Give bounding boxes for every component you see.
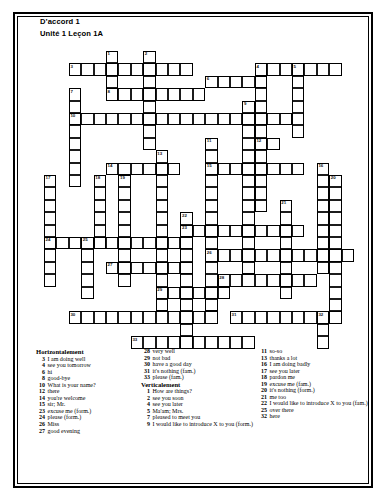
grid-cell-r7-c2[interactable] xyxy=(69,138,81,150)
grid-cell-r15-c11[interactable] xyxy=(180,237,192,249)
grid-cell-r12-c23[interactable] xyxy=(329,200,341,212)
grid-cell-r23-c16[interactable] xyxy=(242,336,254,348)
grid-cell-r20-c23[interactable] xyxy=(329,299,341,311)
grid-cell-r1-c20[interactable] xyxy=(292,63,304,75)
grid-cell-r3-c17[interactable] xyxy=(255,88,267,100)
grid-cell-r21-c21[interactable] xyxy=(304,311,316,323)
grid-cell-r18-c6[interactable] xyxy=(118,274,130,286)
grid-cell-r19-c12[interactable] xyxy=(193,287,205,299)
grid-cell-r11-c9[interactable] xyxy=(156,187,168,199)
grid-cell-r21-c16[interactable] xyxy=(242,311,254,323)
grid-cell-r15-c2[interactable] xyxy=(69,237,81,249)
grid-cell-r13-c13[interactable] xyxy=(205,212,217,224)
grid-cell-r21-c5[interactable] xyxy=(106,311,118,323)
grid-cell-r14-c19[interactable] xyxy=(280,225,292,237)
grid-cell-r5-c7[interactable] xyxy=(131,113,143,125)
grid-cell-r21-c7[interactable] xyxy=(131,311,143,323)
grid-cell-r15-c13[interactable] xyxy=(205,237,217,249)
grid-cell-r20-c13[interactable] xyxy=(205,299,217,311)
grid-cell-r19-c23[interactable] xyxy=(329,287,341,299)
grid-cell-r1-c5[interactable] xyxy=(106,63,118,75)
grid-cell-r5-c20[interactable] xyxy=(292,113,304,125)
grid-cell-r23-c22[interactable] xyxy=(317,336,329,348)
grid-cell-r6-c8[interactable] xyxy=(143,125,155,137)
grid-cell-r18-c11[interactable] xyxy=(180,274,192,286)
grid-cell-r1-c11[interactable] xyxy=(180,63,192,75)
grid-cell-r23-c15[interactable] xyxy=(230,336,242,348)
clue-column-3: 11so-so13thanks a lot16I am doing badly1… xyxy=(258,348,368,420)
grid-cell-r9-c17[interactable] xyxy=(255,163,267,175)
grid-cell-r16-c3[interactable] xyxy=(81,249,93,261)
grid-cell-r6-c17[interactable] xyxy=(255,125,267,137)
grid-cell-r16-c16[interactable] xyxy=(242,249,254,261)
grid-cell-r17-c8[interactable] xyxy=(143,262,155,274)
grid-cell-r18-c23[interactable] xyxy=(329,274,341,286)
grid-cell-r3-c9[interactable] xyxy=(156,88,168,100)
clue-item-text: good evening xyxy=(48,428,139,435)
clue-item-number: 32 xyxy=(258,413,267,420)
grid-cell-r1-c8[interactable] xyxy=(143,63,155,75)
clue-column-2: 28very well29not bad30have a good day31i… xyxy=(141,348,257,428)
grid-cell-r23-c13[interactable] xyxy=(205,336,217,348)
clue-column-1: Horizontalement3I am doing well4see you … xyxy=(36,348,138,434)
grid-cell-r14-c20[interactable] xyxy=(292,225,304,237)
clue-item-32: 32here xyxy=(258,413,368,420)
grid-cell-r23-c9[interactable] xyxy=(156,336,168,348)
grid-cell-r18-c19[interactable] xyxy=(280,274,292,286)
grid-cell-r17-c9[interactable] xyxy=(156,262,168,274)
grid-cell-r15-c3[interactable] xyxy=(81,237,93,249)
grid-cell-r21-c18[interactable] xyxy=(267,311,279,323)
grid-cell-r12-c9[interactable] xyxy=(156,200,168,212)
grid-cell-r1-c7[interactable] xyxy=(131,63,143,75)
grid-cell-r17-c19[interactable] xyxy=(280,262,292,274)
grid-cell-r16-c11[interactable] xyxy=(180,249,192,261)
grid-cell-r10-c2[interactable] xyxy=(69,175,81,187)
grid-cell-r2-c17[interactable] xyxy=(255,76,267,88)
grid-cell-r13-c0[interactable] xyxy=(44,212,56,224)
grid-cell-r5-c3[interactable] xyxy=(81,113,93,125)
grid-cell-r21-c19[interactable] xyxy=(280,311,292,323)
grid-cell-r7-c13[interactable] xyxy=(205,138,217,150)
grid-cell-r8-c17[interactable] xyxy=(255,150,267,162)
grid-cell-r3-c6[interactable] xyxy=(118,88,130,100)
grid-cell-r22-c11[interactable] xyxy=(180,324,192,336)
grid-cell-r5-c5[interactable] xyxy=(106,113,118,125)
grid-cell-r14-c11[interactable] xyxy=(180,225,192,237)
grid-cell-r18-c18[interactable] xyxy=(267,274,279,286)
grid-cell-r21-c15[interactable] xyxy=(230,311,242,323)
grid-cell-r17-c11[interactable] xyxy=(180,262,192,274)
grid-cell-r14-c18[interactable] xyxy=(267,225,279,237)
grid-cell-r20-c9[interactable] xyxy=(156,299,168,311)
grid-cell-r8-c2[interactable] xyxy=(69,150,81,162)
grid-cell-r1-c23[interactable] xyxy=(329,63,341,75)
grid-cell-r21-c12[interactable] xyxy=(193,311,205,323)
grid-cell-r1-c17[interactable] xyxy=(255,63,267,75)
grid-cell-r15-c8[interactable] xyxy=(143,237,155,249)
grid-cell-r5-c15[interactable] xyxy=(230,113,242,125)
clue-item-33: 33please (fam.) xyxy=(141,374,257,381)
grid-cell-r9-c13[interactable] xyxy=(205,163,217,175)
grid-cell-r9-c14[interactable] xyxy=(218,163,230,175)
grid-cell-r19-c3[interactable] xyxy=(81,287,93,299)
grid-cell-r21-c8[interactable] xyxy=(143,311,155,323)
grid-cell-r2-c13[interactable] xyxy=(205,76,217,88)
grid-cell-r6-c2[interactable] xyxy=(69,125,81,137)
grid-cell-r14-c13[interactable] xyxy=(205,225,217,237)
grid-cell-r18-c9[interactable] xyxy=(156,274,168,286)
grid-cell-r21-c4[interactable] xyxy=(94,311,106,323)
grid-cell-r16-c6[interactable] xyxy=(118,249,130,261)
grid-cell-r1-c6[interactable] xyxy=(118,63,130,75)
grid-cell-r9-c5[interactable] xyxy=(106,163,118,175)
grid-cell-r3-c12[interactable] xyxy=(193,88,205,100)
grid-cell-r17-c10[interactable] xyxy=(168,262,180,274)
grid-cell-r16-c19[interactable] xyxy=(280,249,292,261)
grid-cell-r12-c17[interactable] xyxy=(255,200,267,212)
grid-cell-r23-c12[interactable] xyxy=(193,336,205,348)
grid-cell-r9-c15[interactable] xyxy=(230,163,242,175)
grid-cell-r18-c16[interactable] xyxy=(242,274,254,286)
grid-cell-r21-c20[interactable] xyxy=(292,311,304,323)
grid-cell-r15-c6[interactable] xyxy=(118,237,130,249)
grid-cell-r19-c19[interactable] xyxy=(280,287,292,299)
grid-cell-r4-c2[interactable] xyxy=(69,101,81,113)
grid-cell-r1-c9[interactable] xyxy=(156,63,168,75)
grid-cell-r7-c16[interactable] xyxy=(242,138,254,150)
grid-cell-r17-c3[interactable] xyxy=(81,262,93,274)
grid-cell-r16-c9[interactable] xyxy=(156,249,168,261)
grid-cell-r11-c4[interactable] xyxy=(94,187,106,199)
grid-cell-r16-c21[interactable] xyxy=(304,249,316,261)
grid-cell-r2-c5[interactable] xyxy=(106,76,118,88)
grid-cell-r2-c20[interactable] xyxy=(292,76,304,88)
grid-cell-r21-c23[interactable] xyxy=(329,311,341,323)
grid-cell-r14-c9[interactable] xyxy=(156,225,168,237)
grid-cell-r11-c16[interactable] xyxy=(242,187,254,199)
grid-cell-r5-c17[interactable] xyxy=(255,113,267,125)
grid-cell-r4-c16[interactable] xyxy=(242,101,254,113)
grid-cell-r10-c6[interactable] xyxy=(118,175,130,187)
grid-cell-r15-c7[interactable] xyxy=(131,237,143,249)
grid-cell-r17-c22[interactable] xyxy=(317,262,329,274)
grid-cell-r23-c10[interactable] xyxy=(168,336,180,348)
grid-cell-r17-c0[interactable] xyxy=(44,262,56,274)
grid-cell-r14-c16[interactable] xyxy=(242,225,254,237)
grid-cell-r14-c0[interactable] xyxy=(44,225,56,237)
grid-cell-r8-c16[interactable] xyxy=(242,150,254,162)
grid-cell-r8-c13[interactable] xyxy=(205,150,217,162)
grid-cell-r17-c6[interactable] xyxy=(118,262,130,274)
grid-cell-r12-c22[interactable] xyxy=(317,200,329,212)
grid-cell-r15-c1[interactable] xyxy=(56,237,68,249)
grid-cell-r4-c8[interactable] xyxy=(143,101,155,113)
grid-cell-r12-c0[interactable] xyxy=(44,200,56,212)
grid-cell-r15-c10[interactable] xyxy=(168,237,180,249)
grid-cell-r15-c16[interactable] xyxy=(242,237,254,249)
grid-cell-r5-c19[interactable] xyxy=(280,113,292,125)
grid-cell-r2-c16[interactable] xyxy=(242,76,254,88)
grid-cell-r18-c13[interactable] xyxy=(205,274,217,286)
grid-cell-r10-c0[interactable] xyxy=(44,175,56,187)
grid-cell-r10-c17[interactable] xyxy=(255,175,267,187)
grid-cell-r13-c9[interactable] xyxy=(156,212,168,224)
grid-cell-r16-c18[interactable] xyxy=(267,249,279,261)
grid-cell-r17-c16[interactable] xyxy=(242,262,254,274)
grid-cell-r10-c22[interactable] xyxy=(317,175,329,187)
grid-cell-r11-c13[interactable] xyxy=(205,187,217,199)
grid-cell-r14-c15[interactable] xyxy=(230,225,242,237)
grid-cell-r9-c2[interactable] xyxy=(69,163,81,175)
grid-cell-r12-c4[interactable] xyxy=(94,200,106,212)
grid-cell-r15-c9[interactable] xyxy=(156,237,168,249)
grid-cell-r1-c22[interactable] xyxy=(317,63,329,75)
grid-cell-r5-c11[interactable] xyxy=(180,113,192,125)
grid-cell-r3-c8[interactable] xyxy=(143,88,155,100)
grid-cell-r16-c15[interactable] xyxy=(230,249,242,261)
grid-cell-r1-c10[interactable] xyxy=(168,63,180,75)
grid-cell-r11-c6[interactable] xyxy=(118,187,130,199)
grid-cell-r16-c20[interactable] xyxy=(292,249,304,261)
grid-cell-r19-c9[interactable] xyxy=(156,287,168,299)
grid-cell-r5-c14[interactable] xyxy=(218,113,230,125)
grid-cell-r10-c23[interactable] xyxy=(329,175,341,187)
grid-cell-r5-c6[interactable] xyxy=(118,113,130,125)
clue-item-text: I would like to introduce X to you (form… xyxy=(153,421,258,428)
grid-cell-r21-c3[interactable] xyxy=(81,311,93,323)
grid-cell-r15-c5[interactable] xyxy=(106,237,118,249)
grid-cell-r5-c16[interactable] xyxy=(242,113,254,125)
grid-cell-r13-c22[interactable] xyxy=(317,212,329,224)
grid-cell-r3-c10[interactable] xyxy=(168,88,180,100)
grid-cell-r9-c6[interactable] xyxy=(118,163,130,175)
grid-cell-r16-c24[interactable] xyxy=(342,249,354,261)
grid-cell-r15-c23[interactable] xyxy=(329,237,341,249)
worksheet-page: D’accord 1 Unité 1 Leçon 1A 123456789101… xyxy=(0,0,386,500)
grid-cell-r7-c8[interactable] xyxy=(143,138,155,150)
grid-cell-r19-c10[interactable] xyxy=(168,287,180,299)
grid-cell-r7-c18[interactable] xyxy=(267,138,279,150)
grid-cell-r3-c11[interactable] xyxy=(180,88,192,100)
clue-item-text: here xyxy=(270,413,369,420)
grid-cell-r11-c22[interactable] xyxy=(317,187,329,199)
grid-cell-r21-c9[interactable] xyxy=(156,311,168,323)
grid-cell-r17-c7[interactable] xyxy=(131,262,143,274)
grid-cell-r21-c22[interactable] xyxy=(317,311,329,323)
grid-cell-r12-c16[interactable] xyxy=(242,200,254,212)
grid-cell-r13-c11[interactable] xyxy=(180,212,192,224)
grid-cell-r0-c5[interactable] xyxy=(106,51,118,63)
grid-cell-r3-c7[interactable] xyxy=(131,88,143,100)
grid-cell-r19-c13[interactable] xyxy=(205,287,217,299)
grid-cell-r5-c2[interactable] xyxy=(69,113,81,125)
grid-cell-r5-c8[interactable] xyxy=(143,113,155,125)
grid-cell-r1-c21[interactable] xyxy=(304,63,316,75)
clue-list-header: Horizontalement xyxy=(36,348,138,355)
grid-cell-r14-c6[interactable] xyxy=(118,225,130,237)
grid-cell-r16-c23[interactable] xyxy=(329,249,341,261)
grid-cell-r21-c6[interactable] xyxy=(118,311,130,323)
grid-cell-r3-c5[interactable] xyxy=(106,88,118,100)
grid-cell-r2-c8[interactable] xyxy=(143,76,155,88)
grid-cell-r10-c16[interactable] xyxy=(242,175,254,187)
grid-cell-r10-c13[interactable] xyxy=(205,175,217,187)
grid-cell-r1-c2[interactable] xyxy=(69,63,81,75)
grid-cell-r6-c16[interactable] xyxy=(242,125,254,137)
grid-cell-r21-c10[interactable] xyxy=(168,311,180,323)
grid-cell-r17-c13[interactable] xyxy=(205,262,217,274)
grid-cell-r18-c0[interactable] xyxy=(44,274,56,286)
clue-item-number: 33 xyxy=(141,374,150,381)
grid-cell-r14-c23[interactable] xyxy=(329,225,341,237)
grid-cell-r23-c8[interactable] xyxy=(143,336,155,348)
grid-cell-r9-c22[interactable] xyxy=(317,163,329,175)
grid-cell-r16-c22[interactable] xyxy=(317,249,329,261)
grid-cell-r13-c6[interactable] xyxy=(118,212,130,224)
grid-cell-r16-c14[interactable] xyxy=(218,249,230,261)
grid-cell-r23-c7[interactable] xyxy=(131,336,143,348)
grid-cell-r19-c11[interactable] xyxy=(180,287,192,299)
grid-cell-r14-c17[interactable] xyxy=(255,225,267,237)
grid-cell-r1-c19[interactable] xyxy=(280,63,292,75)
grid-cell-r18-c14[interactable] xyxy=(218,274,230,286)
grid-cell-r15-c22[interactable] xyxy=(317,237,329,249)
grid-cell-r9-c10[interactable] xyxy=(168,163,180,175)
grid-cell-r14-c4[interactable] xyxy=(94,225,106,237)
grid-cell-r11-c0[interactable] xyxy=(44,187,56,199)
clue-item-number: 27 xyxy=(36,428,45,435)
grid-cell-r8-c9[interactable] xyxy=(156,150,168,162)
grid-cell-r20-c11[interactable] xyxy=(180,299,192,311)
grid-cell-r16-c17[interactable] xyxy=(255,249,267,261)
grid-cell-r22-c22[interactable] xyxy=(317,324,329,336)
clue-item-27: 27good evening xyxy=(36,428,138,435)
grid-cell-r12-c6[interactable] xyxy=(118,200,130,212)
grid-cell-r13-c23[interactable] xyxy=(329,212,341,224)
clue-item-number: 9 xyxy=(141,421,150,428)
grid-cell-r21-c2[interactable] xyxy=(69,311,81,323)
grid-cell-r13-c4[interactable] xyxy=(94,212,106,224)
grid-cell-r4-c20[interactable] xyxy=(292,101,304,113)
clue-item-text: please (fam.) xyxy=(153,374,258,381)
grid-cell-r9-c8[interactable] xyxy=(143,163,155,175)
grid-cell-r18-c15[interactable] xyxy=(230,274,242,286)
grid-cell-r5-c10[interactable] xyxy=(168,113,180,125)
clue-item-9: 9I would like to introduce X to you (for… xyxy=(141,421,257,428)
grid-cell-r17-c5[interactable] xyxy=(106,262,118,274)
grid-cell-r15-c0[interactable] xyxy=(44,237,56,249)
grid-cell-r10-c9[interactable] xyxy=(156,175,168,187)
grid-cell-r21-c11[interactable] xyxy=(180,311,192,323)
grid-cell-r13-c19[interactable] xyxy=(280,212,292,224)
grid-cell-r19-c14[interactable] xyxy=(218,287,230,299)
grid-cell-r18-c21[interactable] xyxy=(304,274,316,286)
grid-cell-r7-c17[interactable] xyxy=(255,138,267,150)
grid-cell-r9-c20[interactable] xyxy=(292,163,304,175)
grid-cell-r5-c4[interactable] xyxy=(94,113,106,125)
grid-cell-r2-c15[interactable] xyxy=(230,76,242,88)
grid-cell-r5-c9[interactable] xyxy=(156,113,168,125)
grid-cell-r14-c12[interactable] xyxy=(193,225,205,237)
grid-cell-r14-c14[interactable] xyxy=(218,225,230,237)
grid-cell-r18-c20[interactable] xyxy=(292,274,304,286)
grid-cell-r17-c23[interactable] xyxy=(329,262,341,274)
grid-cell-r13-c16[interactable] xyxy=(242,212,254,224)
grid-cell-r5-c18[interactable] xyxy=(267,113,279,125)
grid-cell-r14-c22[interactable] xyxy=(317,225,329,237)
grid-cell-r18-c3[interactable] xyxy=(81,274,93,286)
grid-cell-r11-c23[interactable] xyxy=(329,187,341,199)
grid-cell-r21-c13[interactable] xyxy=(205,311,217,323)
grid-cell-r9-c16[interactable] xyxy=(242,163,254,175)
grid-cell-r10-c4[interactable] xyxy=(94,175,106,187)
grid-cell-r15-c19[interactable] xyxy=(280,237,292,249)
grid-cell-r2-c14[interactable] xyxy=(218,76,230,88)
grid-cell-r9-c18[interactable] xyxy=(267,163,279,175)
grid-cell-r16-c0[interactable] xyxy=(44,249,56,261)
grid-cell-r9-c7[interactable] xyxy=(131,163,143,175)
grid-cell-r15-c4[interactable] xyxy=(94,237,106,249)
clue-list-header: Verticalement xyxy=(141,381,257,388)
grid-cell-r0-c8[interactable] xyxy=(143,51,155,63)
grid-cell-r12-c13[interactable] xyxy=(205,200,217,212)
grid-cell-r4-c17[interactable] xyxy=(255,101,267,113)
grid-cell-r9-c19[interactable] xyxy=(280,163,292,175)
grid-cell-r12-c19[interactable] xyxy=(280,200,292,212)
grid-cell-r11-c17[interactable] xyxy=(255,187,267,199)
grid-cell-r9-c9[interactable] xyxy=(156,163,168,175)
grid-cell-r23-c14[interactable] xyxy=(218,336,230,348)
grid-cell-r5-c12[interactable] xyxy=(193,113,205,125)
grid-cell-r1-c3[interactable] xyxy=(81,63,93,75)
grid-cell-r3-c2[interactable] xyxy=(69,88,81,100)
grid-cell-r1-c18[interactable] xyxy=(267,63,279,75)
grid-cell-r21-c17[interactable] xyxy=(255,311,267,323)
grid-cell-r1-c4[interactable] xyxy=(94,63,106,75)
grid-cell-r18-c17[interactable] xyxy=(255,274,267,286)
grid-cell-r3-c20[interactable] xyxy=(292,88,304,100)
grid-cell-r5-c13[interactable] xyxy=(205,113,217,125)
grid-cell-r6-c20[interactable] xyxy=(292,125,304,137)
grid-cell-r16-c13[interactable] xyxy=(205,249,217,261)
grid-cell-r23-c11[interactable] xyxy=(180,336,192,348)
